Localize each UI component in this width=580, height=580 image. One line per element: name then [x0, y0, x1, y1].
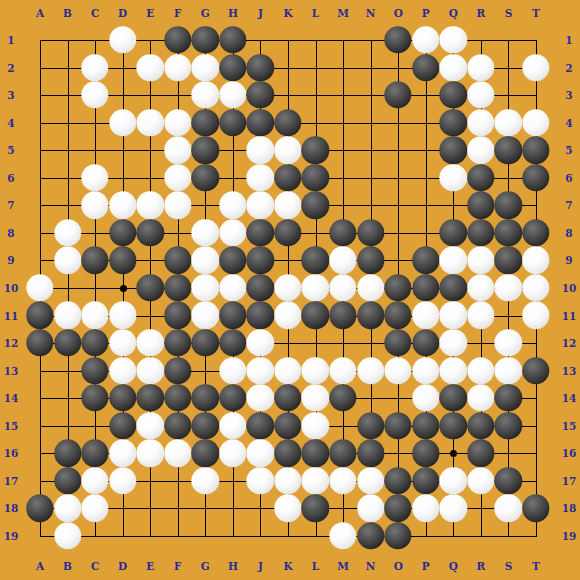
- intersection-N5[interactable]: [357, 136, 385, 164]
- intersection-C8[interactable]: [81, 219, 109, 247]
- intersection-F12[interactable]: [164, 329, 192, 357]
- intersection-M6[interactable]: [329, 164, 357, 192]
- intersection-Q18[interactable]: [439, 495, 467, 523]
- intersection-Q6[interactable]: [439, 164, 467, 192]
- intersection-G19[interactable]: [192, 522, 220, 550]
- intersection-H9[interactable]: [219, 247, 247, 275]
- intersection-K17[interactable]: [274, 467, 302, 495]
- intersection-C4[interactable]: [81, 109, 109, 137]
- intersection-O4[interactable]: [384, 109, 412, 137]
- intersection-S1[interactable]: [495, 26, 523, 54]
- intersection-J1[interactable]: [247, 26, 275, 54]
- intersection-O14[interactable]: [384, 384, 412, 412]
- intersection-J9[interactable]: [247, 247, 275, 275]
- intersection-F17[interactable]: [164, 467, 192, 495]
- intersection-K1[interactable]: [274, 26, 302, 54]
- intersection-E10[interactable]: [136, 274, 164, 302]
- intersection-A3[interactable]: [26, 81, 54, 109]
- intersection-T19[interactable]: [522, 522, 550, 550]
- intersection-T5[interactable]: [522, 136, 550, 164]
- intersection-Q5[interactable]: [439, 136, 467, 164]
- intersection-M7[interactable]: [329, 192, 357, 220]
- intersection-C11[interactable]: [81, 302, 109, 330]
- intersection-M14[interactable]: [329, 384, 357, 412]
- intersection-T3[interactable]: [522, 81, 550, 109]
- intersection-F8[interactable]: [164, 219, 192, 247]
- intersection-C15[interactable]: [81, 412, 109, 440]
- intersection-N6[interactable]: [357, 164, 385, 192]
- intersection-A9[interactable]: [26, 247, 54, 275]
- intersection-R8[interactable]: [467, 219, 495, 247]
- intersection-G5[interactable]: [192, 136, 220, 164]
- intersection-K3[interactable]: [274, 81, 302, 109]
- intersection-J5[interactable]: [247, 136, 275, 164]
- intersection-P15[interactable]: [412, 412, 440, 440]
- intersection-M1[interactable]: [329, 26, 357, 54]
- intersection-C13[interactable]: [81, 357, 109, 385]
- intersection-T12[interactable]: [522, 329, 550, 357]
- intersection-S19[interactable]: [495, 522, 523, 550]
- intersection-R16[interactable]: [467, 439, 495, 467]
- intersection-E17[interactable]: [136, 467, 164, 495]
- intersection-D12[interactable]: [109, 329, 137, 357]
- intersection-J17[interactable]: [247, 467, 275, 495]
- intersection-N11[interactable]: [357, 302, 385, 330]
- intersection-D1[interactable]: [109, 26, 137, 54]
- intersection-T2[interactable]: [522, 54, 550, 82]
- intersection-F18[interactable]: [164, 495, 192, 523]
- intersection-N2[interactable]: [357, 54, 385, 82]
- intersection-F19[interactable]: [164, 522, 192, 550]
- intersection-M17[interactable]: [329, 467, 357, 495]
- intersection-K11[interactable]: [274, 302, 302, 330]
- intersection-G2[interactable]: [192, 54, 220, 82]
- intersection-D7[interactable]: [109, 192, 137, 220]
- intersection-Q1[interactable]: [439, 26, 467, 54]
- intersection-B15[interactable]: [54, 412, 82, 440]
- intersection-B14[interactable]: [54, 384, 82, 412]
- intersection-Q17[interactable]: [439, 467, 467, 495]
- intersection-C12[interactable]: [81, 329, 109, 357]
- intersection-J14[interactable]: [247, 384, 275, 412]
- intersection-S15[interactable]: [495, 412, 523, 440]
- intersection-O3[interactable]: [384, 81, 412, 109]
- intersection-T10[interactable]: [522, 274, 550, 302]
- intersection-Q9[interactable]: [439, 247, 467, 275]
- intersection-D11[interactable]: [109, 302, 137, 330]
- intersection-M11[interactable]: [329, 302, 357, 330]
- intersection-H12[interactable]: [219, 329, 247, 357]
- intersection-N18[interactable]: [357, 495, 385, 523]
- intersection-G6[interactable]: [192, 164, 220, 192]
- intersection-H15[interactable]: [219, 412, 247, 440]
- intersection-Q19[interactable]: [439, 522, 467, 550]
- intersection-R3[interactable]: [467, 81, 495, 109]
- intersection-S5[interactable]: [495, 136, 523, 164]
- intersection-L7[interactable]: [302, 192, 330, 220]
- intersection-B11[interactable]: [54, 302, 82, 330]
- intersection-N14[interactable]: [357, 384, 385, 412]
- intersection-G13[interactable]: [192, 357, 220, 385]
- intersection-H5[interactable]: [219, 136, 247, 164]
- intersection-O15[interactable]: [384, 412, 412, 440]
- intersection-E15[interactable]: [136, 412, 164, 440]
- intersection-C9[interactable]: [81, 247, 109, 275]
- intersection-P18[interactable]: [412, 495, 440, 523]
- intersection-P14[interactable]: [412, 384, 440, 412]
- intersection-F5[interactable]: [164, 136, 192, 164]
- intersection-O9[interactable]: [384, 247, 412, 275]
- intersection-J12[interactable]: [247, 329, 275, 357]
- intersection-B8[interactable]: [54, 219, 82, 247]
- intersection-F4[interactable]: [164, 109, 192, 137]
- intersection-O18[interactable]: [384, 495, 412, 523]
- intersection-B7[interactable]: [54, 192, 82, 220]
- intersection-G12[interactable]: [192, 329, 220, 357]
- intersection-L1[interactable]: [302, 26, 330, 54]
- intersection-P13[interactable]: [412, 357, 440, 385]
- intersection-T14[interactable]: [522, 384, 550, 412]
- intersection-M16[interactable]: [329, 439, 357, 467]
- intersection-J4[interactable]: [247, 109, 275, 137]
- intersection-L10[interactable]: [302, 274, 330, 302]
- intersection-O19[interactable]: [384, 522, 412, 550]
- intersection-C6[interactable]: [81, 164, 109, 192]
- intersection-E18[interactable]: [136, 495, 164, 523]
- intersection-E5[interactable]: [136, 136, 164, 164]
- intersection-S8[interactable]: [495, 219, 523, 247]
- intersection-K18[interactable]: [274, 495, 302, 523]
- intersection-P5[interactable]: [412, 136, 440, 164]
- intersection-F15[interactable]: [164, 412, 192, 440]
- intersection-J10[interactable]: [247, 274, 275, 302]
- intersection-R15[interactable]: [467, 412, 495, 440]
- intersection-E6[interactable]: [136, 164, 164, 192]
- intersection-J19[interactable]: [247, 522, 275, 550]
- intersection-E19[interactable]: [136, 522, 164, 550]
- intersection-M12[interactable]: [329, 329, 357, 357]
- intersection-G11[interactable]: [192, 302, 220, 330]
- intersection-R14[interactable]: [467, 384, 495, 412]
- intersection-F7[interactable]: [164, 192, 192, 220]
- intersection-R2[interactable]: [467, 54, 495, 82]
- intersection-S13[interactable]: [495, 357, 523, 385]
- intersection-A15[interactable]: [26, 412, 54, 440]
- intersection-O12[interactable]: [384, 329, 412, 357]
- intersection-C16[interactable]: [81, 439, 109, 467]
- intersection-S18[interactable]: [495, 495, 523, 523]
- intersection-F1[interactable]: [164, 26, 192, 54]
- intersection-F10[interactable]: [164, 274, 192, 302]
- intersection-S3[interactable]: [495, 81, 523, 109]
- intersection-G10[interactable]: [192, 274, 220, 302]
- intersection-Q11[interactable]: [439, 302, 467, 330]
- intersection-H14[interactable]: [219, 384, 247, 412]
- intersection-S14[interactable]: [495, 384, 523, 412]
- intersection-N1[interactable]: [357, 26, 385, 54]
- intersection-A10[interactable]: [26, 274, 54, 302]
- intersection-L14[interactable]: [302, 384, 330, 412]
- intersection-C7[interactable]: [81, 192, 109, 220]
- intersection-R11[interactable]: [467, 302, 495, 330]
- intersection-P3[interactable]: [412, 81, 440, 109]
- intersection-D17[interactable]: [109, 467, 137, 495]
- intersection-A12[interactable]: [26, 329, 54, 357]
- intersection-B10[interactable]: [54, 274, 82, 302]
- intersection-S10[interactable]: [495, 274, 523, 302]
- intersection-T16[interactable]: [522, 439, 550, 467]
- intersection-A19[interactable]: [26, 522, 54, 550]
- intersection-C18[interactable]: [81, 495, 109, 523]
- intersection-M3[interactable]: [329, 81, 357, 109]
- intersection-H11[interactable]: [219, 302, 247, 330]
- intersection-P6[interactable]: [412, 164, 440, 192]
- intersection-J2[interactable]: [247, 54, 275, 82]
- intersection-A14[interactable]: [26, 384, 54, 412]
- intersection-M15[interactable]: [329, 412, 357, 440]
- intersection-A13[interactable]: [26, 357, 54, 385]
- intersection-N15[interactable]: [357, 412, 385, 440]
- intersection-F9[interactable]: [164, 247, 192, 275]
- intersection-E3[interactable]: [136, 81, 164, 109]
- intersection-K7[interactable]: [274, 192, 302, 220]
- intersection-L15[interactable]: [302, 412, 330, 440]
- intersection-G3[interactable]: [192, 81, 220, 109]
- intersection-C2[interactable]: [81, 54, 109, 82]
- intersection-H18[interactable]: [219, 495, 247, 523]
- intersection-N8[interactable]: [357, 219, 385, 247]
- intersection-J15[interactable]: [247, 412, 275, 440]
- intersection-F2[interactable]: [164, 54, 192, 82]
- intersection-Q13[interactable]: [439, 357, 467, 385]
- intersection-S16[interactable]: [495, 439, 523, 467]
- intersection-P10[interactable]: [412, 274, 440, 302]
- intersection-B6[interactable]: [54, 164, 82, 192]
- intersection-T4[interactable]: [522, 109, 550, 137]
- intersection-B9[interactable]: [54, 247, 82, 275]
- intersection-R12[interactable]: [467, 329, 495, 357]
- intersection-O6[interactable]: [384, 164, 412, 192]
- intersection-H2[interactable]: [219, 54, 247, 82]
- intersection-T15[interactable]: [522, 412, 550, 440]
- intersection-T1[interactable]: [522, 26, 550, 54]
- intersection-H6[interactable]: [219, 164, 247, 192]
- intersection-D18[interactable]: [109, 495, 137, 523]
- intersection-P2[interactable]: [412, 54, 440, 82]
- intersection-C14[interactable]: [81, 384, 109, 412]
- intersection-K5[interactable]: [274, 136, 302, 164]
- intersection-S4[interactable]: [495, 109, 523, 137]
- intersection-Q2[interactable]: [439, 54, 467, 82]
- intersection-K4[interactable]: [274, 109, 302, 137]
- intersection-Q16[interactable]: [439, 439, 467, 467]
- intersection-G4[interactable]: [192, 109, 220, 137]
- intersection-R10[interactable]: [467, 274, 495, 302]
- intersection-O11[interactable]: [384, 302, 412, 330]
- intersection-P4[interactable]: [412, 109, 440, 137]
- intersection-A7[interactable]: [26, 192, 54, 220]
- intersection-A16[interactable]: [26, 439, 54, 467]
- intersection-O17[interactable]: [384, 467, 412, 495]
- intersection-F11[interactable]: [164, 302, 192, 330]
- intersection-R6[interactable]: [467, 164, 495, 192]
- intersection-Q4[interactable]: [439, 109, 467, 137]
- intersection-G16[interactable]: [192, 439, 220, 467]
- intersection-K12[interactable]: [274, 329, 302, 357]
- intersection-L6[interactable]: [302, 164, 330, 192]
- intersection-J7[interactable]: [247, 192, 275, 220]
- intersection-G7[interactable]: [192, 192, 220, 220]
- intersection-S9[interactable]: [495, 247, 523, 275]
- intersection-P1[interactable]: [412, 26, 440, 54]
- intersection-K19[interactable]: [274, 522, 302, 550]
- intersection-D13[interactable]: [109, 357, 137, 385]
- intersection-N16[interactable]: [357, 439, 385, 467]
- intersection-H7[interactable]: [219, 192, 247, 220]
- intersection-F3[interactable]: [164, 81, 192, 109]
- intersection-Q8[interactable]: [439, 219, 467, 247]
- intersection-L12[interactable]: [302, 329, 330, 357]
- intersection-L19[interactable]: [302, 522, 330, 550]
- intersection-L5[interactable]: [302, 136, 330, 164]
- intersection-D9[interactable]: [109, 247, 137, 275]
- intersection-O1[interactable]: [384, 26, 412, 54]
- intersection-P16[interactable]: [412, 439, 440, 467]
- intersection-Q10[interactable]: [439, 274, 467, 302]
- intersection-A1[interactable]: [26, 26, 54, 54]
- intersection-P8[interactable]: [412, 219, 440, 247]
- intersection-Q3[interactable]: [439, 81, 467, 109]
- intersection-B1[interactable]: [54, 26, 82, 54]
- intersection-H13[interactable]: [219, 357, 247, 385]
- intersection-E16[interactable]: [136, 439, 164, 467]
- intersection-E4[interactable]: [136, 109, 164, 137]
- intersection-A17[interactable]: [26, 467, 54, 495]
- intersection-F6[interactable]: [164, 164, 192, 192]
- intersection-G8[interactable]: [192, 219, 220, 247]
- intersection-B18[interactable]: [54, 495, 82, 523]
- intersection-N13[interactable]: [357, 357, 385, 385]
- intersection-R9[interactable]: [467, 247, 495, 275]
- intersection-G1[interactable]: [192, 26, 220, 54]
- intersection-S6[interactable]: [495, 164, 523, 192]
- intersection-R1[interactable]: [467, 26, 495, 54]
- intersection-H17[interactable]: [219, 467, 247, 495]
- intersection-T17[interactable]: [522, 467, 550, 495]
- intersection-T9[interactable]: [522, 247, 550, 275]
- intersection-R18[interactable]: [467, 495, 495, 523]
- intersection-A2[interactable]: [26, 54, 54, 82]
- intersection-N7[interactable]: [357, 192, 385, 220]
- intersection-F14[interactable]: [164, 384, 192, 412]
- intersection-Q7[interactable]: [439, 192, 467, 220]
- intersection-H4[interactable]: [219, 109, 247, 137]
- intersection-M5[interactable]: [329, 136, 357, 164]
- intersection-N17[interactable]: [357, 467, 385, 495]
- intersection-P9[interactable]: [412, 247, 440, 275]
- intersection-K2[interactable]: [274, 54, 302, 82]
- intersection-B19[interactable]: [54, 522, 82, 550]
- intersection-M10[interactable]: [329, 274, 357, 302]
- intersection-S17[interactable]: [495, 467, 523, 495]
- intersection-D8[interactable]: [109, 219, 137, 247]
- intersection-D16[interactable]: [109, 439, 137, 467]
- intersection-R7[interactable]: [467, 192, 495, 220]
- intersection-P11[interactable]: [412, 302, 440, 330]
- intersection-O10[interactable]: [384, 274, 412, 302]
- intersection-T7[interactable]: [522, 192, 550, 220]
- intersection-F16[interactable]: [164, 439, 192, 467]
- intersection-T18[interactable]: [522, 495, 550, 523]
- intersection-M19[interactable]: [329, 522, 357, 550]
- intersection-M2[interactable]: [329, 54, 357, 82]
- intersection-B3[interactable]: [54, 81, 82, 109]
- intersection-D14[interactable]: [109, 384, 137, 412]
- intersection-O5[interactable]: [384, 136, 412, 164]
- intersection-R17[interactable]: [467, 467, 495, 495]
- intersection-E13[interactable]: [136, 357, 164, 385]
- intersection-L8[interactable]: [302, 219, 330, 247]
- intersection-F13[interactable]: [164, 357, 192, 385]
- intersection-Q12[interactable]: [439, 329, 467, 357]
- intersection-P17[interactable]: [412, 467, 440, 495]
- intersection-J11[interactable]: [247, 302, 275, 330]
- intersection-J18[interactable]: [247, 495, 275, 523]
- intersection-A4[interactable]: [26, 109, 54, 137]
- intersection-N4[interactable]: [357, 109, 385, 137]
- intersection-E8[interactable]: [136, 219, 164, 247]
- intersection-R19[interactable]: [467, 522, 495, 550]
- intersection-M18[interactable]: [329, 495, 357, 523]
- intersection-M8[interactable]: [329, 219, 357, 247]
- intersection-B12[interactable]: [54, 329, 82, 357]
- intersection-A18[interactable]: [26, 495, 54, 523]
- intersection-B16[interactable]: [54, 439, 82, 467]
- intersection-M4[interactable]: [329, 109, 357, 137]
- intersection-C17[interactable]: [81, 467, 109, 495]
- intersection-G18[interactable]: [192, 495, 220, 523]
- intersection-E11[interactable]: [136, 302, 164, 330]
- intersection-E7[interactable]: [136, 192, 164, 220]
- intersection-C3[interactable]: [81, 81, 109, 109]
- intersection-D19[interactable]: [109, 522, 137, 550]
- intersection-A6[interactable]: [26, 164, 54, 192]
- intersection-L3[interactable]: [302, 81, 330, 109]
- intersection-C5[interactable]: [81, 136, 109, 164]
- intersection-E9[interactable]: [136, 247, 164, 275]
- intersection-L16[interactable]: [302, 439, 330, 467]
- intersection-B13[interactable]: [54, 357, 82, 385]
- intersection-H3[interactable]: [219, 81, 247, 109]
- intersection-P19[interactable]: [412, 522, 440, 550]
- intersection-D3[interactable]: [109, 81, 137, 109]
- intersection-C10[interactable]: [81, 274, 109, 302]
- intersection-N19[interactable]: [357, 522, 385, 550]
- intersection-J8[interactable]: [247, 219, 275, 247]
- intersection-B17[interactable]: [54, 467, 82, 495]
- intersection-J16[interactable]: [247, 439, 275, 467]
- intersection-M13[interactable]: [329, 357, 357, 385]
- intersection-K10[interactable]: [274, 274, 302, 302]
- intersection-Q15[interactable]: [439, 412, 467, 440]
- intersection-K15[interactable]: [274, 412, 302, 440]
- intersection-L2[interactable]: [302, 54, 330, 82]
- intersection-D2[interactable]: [109, 54, 137, 82]
- intersection-S7[interactable]: [495, 192, 523, 220]
- intersection-S2[interactable]: [495, 54, 523, 82]
- intersection-G14[interactable]: [192, 384, 220, 412]
- intersection-K8[interactable]: [274, 219, 302, 247]
